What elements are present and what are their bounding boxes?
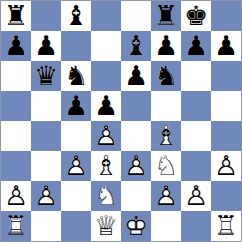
piece-black-pawn: ♙♟ [31,31,61,61]
piece-white-knight: ♞♘ [151,151,181,181]
piece-white-pawn: ♟♙ [91,121,121,151]
piece-black-knight: ♘♞ [151,61,181,91]
square-a4[interactable] [1,121,31,151]
piece-white-pawn: ♟♙ [121,151,151,181]
piece-black-king: ♔♚ [181,1,211,31]
square-g3[interactable] [181,151,211,181]
white-piece-line-layer: ♙ [181,181,211,211]
square-a8[interactable]: ♖♜ [1,1,31,31]
square-f3[interactable]: ♞♘ [151,151,181,181]
square-e6[interactable]: ♙♟ [121,61,151,91]
square-e1[interactable]: ♚♔ [121,211,151,241]
black-piece-line-layer: ♝ [121,31,151,61]
black-piece-line-layer: ♜ [1,1,31,31]
white-piece-fill-layer: ♞ [151,151,181,181]
white-piece-fill-layer: ♟ [181,181,211,211]
square-d6[interactable] [91,61,121,91]
white-piece-fill-layer: ♟ [1,181,31,211]
white-piece-line-layer: ♗ [151,121,181,151]
square-d4[interactable]: ♟♙ [91,121,121,151]
black-piece-fill-layer: ♖ [1,1,31,31]
square-g8[interactable]: ♔♚ [181,1,211,31]
piece-black-pawn: ♙♟ [91,91,121,121]
black-piece-line-layer: ♟ [61,91,91,121]
black-piece-fill-layer: ♘ [151,61,181,91]
piece-white-pawn: ♟♙ [61,151,91,181]
piece-black-pawn: ♙♟ [211,31,241,61]
square-d3[interactable]: ♝♗ [91,151,121,181]
black-piece-fill-layer: ♔ [181,1,211,31]
square-g4[interactable] [181,121,211,151]
square-c1[interactable] [61,211,91,241]
white-piece-line-layer: ♕ [91,211,121,241]
square-f7[interactable]: ♙♟ [151,31,181,61]
square-b1[interactable] [31,211,61,241]
white-piece-fill-layer: ♟ [121,151,151,181]
square-d2[interactable]: ♞♘ [91,181,121,211]
square-f5[interactable] [151,91,181,121]
square-a1[interactable]: ♜♖ [1,211,31,241]
black-piece-line-layer: ♞ [61,61,91,91]
square-b4[interactable] [31,121,61,151]
square-g1[interactable] [181,211,211,241]
white-piece-fill-layer: ♟ [61,151,91,181]
black-piece-line-layer: ♟ [91,91,121,121]
square-c5[interactable]: ♙♟ [61,91,91,121]
white-piece-line-layer: ♖ [1,211,31,241]
piece-white-rook: ♜♖ [211,211,241,241]
piece-white-pawn: ♟♙ [211,151,241,181]
square-d5[interactable]: ♙♟ [91,91,121,121]
white-piece-fill-layer: ♜ [1,211,31,241]
square-h5[interactable] [211,91,241,121]
white-piece-line-layer: ♘ [91,181,121,211]
black-piece-line-layer: ♚ [181,1,211,31]
chess-diagram: ♖♜♗♝♖♜♔♚♙♟♙♟♗♝♙♟♙♟♙♟♕♛♘♞♙♟♘♞♙♟♙♟♟♙♝♗♟♙♝♗… [0,0,242,242]
black-piece-line-layer: ♟ [181,31,211,61]
black-piece-fill-layer: ♙ [121,61,151,91]
black-piece-line-layer: ♜ [151,1,181,31]
square-h7[interactable]: ♙♟ [211,31,241,61]
black-piece-line-layer: ♟ [1,31,31,61]
square-e5[interactable] [121,91,151,121]
square-e8[interactable] [121,1,151,31]
square-b8[interactable] [31,1,61,31]
piece-white-knight: ♞♘ [91,181,121,211]
square-d7[interactable] [91,31,121,61]
square-d8[interactable] [91,1,121,31]
white-piece-fill-layer: ♟ [31,181,61,211]
piece-black-pawn: ♙♟ [151,31,181,61]
piece-black-pawn: ♙♟ [61,91,91,121]
square-h2[interactable] [211,181,241,211]
white-piece-fill-layer: ♚ [121,211,151,241]
piece-black-pawn: ♙♟ [1,31,31,61]
black-piece-line-layer: ♞ [151,61,181,91]
white-piece-line-layer: ♙ [151,181,181,211]
square-d1[interactable]: ♛♕ [91,211,121,241]
white-piece-fill-layer: ♟ [211,151,241,181]
square-e7[interactable]: ♗♝ [121,31,151,61]
piece-white-bishop: ♝♗ [91,151,121,181]
black-piece-fill-layer: ♙ [91,91,121,121]
square-f6[interactable]: ♘♞ [151,61,181,91]
white-piece-line-layer: ♙ [61,151,91,181]
square-g5[interactable] [181,91,211,121]
white-piece-fill-layer: ♝ [151,121,181,151]
piece-black-bishop: ♗♝ [61,1,91,31]
square-b2[interactable]: ♟♙ [31,181,61,211]
square-b7[interactable]: ♙♟ [31,31,61,61]
black-piece-fill-layer: ♕ [31,61,61,91]
white-piece-fill-layer: ♝ [91,151,121,181]
square-c3[interactable]: ♟♙ [61,151,91,181]
square-b6[interactable]: ♕♛ [31,61,61,91]
piece-black-rook: ♖♜ [151,1,181,31]
piece-white-queen: ♛♕ [91,211,121,241]
white-piece-fill-layer: ♞ [91,181,121,211]
square-f1[interactable] [151,211,181,241]
white-piece-line-layer: ♙ [211,151,241,181]
square-a6[interactable] [1,61,31,91]
black-piece-fill-layer: ♗ [121,31,151,61]
piece-white-bishop: ♝♗ [151,121,181,151]
black-piece-line-layer: ♝ [61,1,91,31]
square-b5[interactable] [31,91,61,121]
white-piece-fill-layer: ♟ [91,121,121,151]
black-piece-line-layer: ♛ [31,61,61,91]
white-piece-line-layer: ♔ [121,211,151,241]
square-f8[interactable]: ♖♜ [151,1,181,31]
piece-black-pawn: ♙♟ [121,61,151,91]
black-piece-fill-layer: ♙ [181,31,211,61]
white-piece-line-layer: ♗ [91,151,121,181]
black-piece-fill-layer: ♘ [61,61,91,91]
square-c8[interactable]: ♗♝ [61,1,91,31]
piece-white-pawn: ♟♙ [1,181,31,211]
piece-white-king: ♚♔ [121,211,151,241]
white-piece-fill-layer: ♜ [211,211,241,241]
square-g6[interactable] [181,61,211,91]
square-e2[interactable] [121,181,151,211]
black-piece-fill-layer: ♙ [61,91,91,121]
black-piece-line-layer: ♟ [151,31,181,61]
white-piece-line-layer: ♘ [151,151,181,181]
square-g7[interactable]: ♙♟ [181,31,211,61]
square-h8[interactable] [211,1,241,31]
square-a7[interactable]: ♙♟ [1,31,31,61]
piece-black-queen: ♕♛ [31,61,61,91]
square-e4[interactable] [121,121,151,151]
black-piece-fill-layer: ♖ [151,1,181,31]
piece-white-pawn: ♟♙ [31,181,61,211]
square-e3[interactable]: ♟♙ [121,151,151,181]
square-c6[interactable]: ♘♞ [61,61,91,91]
square-c2[interactable] [61,181,91,211]
black-piece-line-layer: ♟ [211,31,241,61]
white-piece-line-layer: ♙ [31,181,61,211]
square-g2[interactable]: ♟♙ [181,181,211,211]
square-h6[interactable] [211,61,241,91]
piece-black-rook: ♖♜ [1,1,31,31]
white-piece-line-layer: ♙ [91,121,121,151]
square-a5[interactable] [1,91,31,121]
black-piece-fill-layer: ♙ [1,31,31,61]
white-piece-line-layer: ♙ [1,181,31,211]
white-piece-line-layer: ♙ [121,151,151,181]
piece-black-knight: ♘♞ [61,61,91,91]
piece-white-pawn: ♟♙ [181,181,211,211]
piece-white-rook: ♜♖ [1,211,31,241]
square-c7[interactable] [61,31,91,61]
white-piece-fill-layer: ♟ [151,181,181,211]
black-piece-fill-layer: ♙ [211,31,241,61]
piece-black-pawn: ♙♟ [181,31,211,61]
black-piece-fill-layer: ♙ [151,31,181,61]
piece-black-bishop: ♗♝ [121,31,151,61]
black-piece-fill-layer: ♙ [31,31,61,61]
chess-board: ♖♜♗♝♖♜♔♚♙♟♙♟♗♝♙♟♙♟♙♟♕♛♘♞♙♟♘♞♙♟♙♟♟♙♝♗♟♙♝♗… [0,0,242,242]
white-piece-fill-layer: ♛ [91,211,121,241]
square-f4[interactable]: ♝♗ [151,121,181,151]
square-h1[interactable]: ♜♖ [211,211,241,241]
white-piece-line-layer: ♖ [211,211,241,241]
black-piece-fill-layer: ♗ [61,1,91,31]
black-piece-line-layer: ♟ [121,61,151,91]
square-h3[interactable]: ♟♙ [211,151,241,181]
square-a2[interactable]: ♟♙ [1,181,31,211]
square-c4[interactable] [61,121,91,151]
square-a3[interactable] [1,151,31,181]
square-b3[interactable] [31,151,61,181]
square-f2[interactable]: ♟♙ [151,181,181,211]
black-piece-line-layer: ♟ [31,31,61,61]
piece-white-pawn: ♟♙ [151,181,181,211]
square-h4[interactable] [211,121,241,151]
